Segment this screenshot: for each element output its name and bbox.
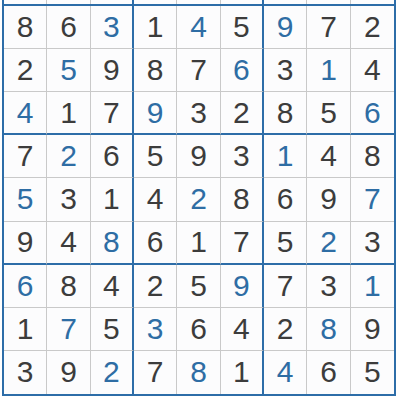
cell-r5c8[interactable]: 9 <box>307 178 350 221</box>
cell-r9c1[interactable]: 3 <box>4 351 47 394</box>
cell-r4c1[interactable]: 7 <box>4 135 47 178</box>
cell-r2c3[interactable]: 9 <box>91 49 134 92</box>
cell-r7c2[interactable]: 8 <box>47 265 90 308</box>
cell-r6c9[interactable]: 3 <box>351 222 394 265</box>
cell-r2c2[interactable]: 5 <box>47 49 90 92</box>
cell-r3c4[interactable]: 9 <box>134 92 177 135</box>
cell-r4c4[interactable]: 5 <box>134 135 177 178</box>
cell-r5c2[interactable]: 3 <box>47 178 90 221</box>
sudoku-board: 8631459722598763144179328567265931485314… <box>2 4 396 396</box>
cell-r1c6[interactable]: 5 <box>221 6 264 49</box>
cell-r7c8[interactable]: 3 <box>307 265 350 308</box>
cell-r8c9[interactable]: 9 <box>351 308 394 351</box>
cell-r2c4[interactable]: 8 <box>134 49 177 92</box>
cell-r2c6[interactable]: 6 <box>221 49 264 92</box>
cell-r3c2[interactable]: 1 <box>47 92 90 135</box>
cell-r5c9[interactable]: 7 <box>351 178 394 221</box>
cell-r8c4[interactable]: 3 <box>134 308 177 351</box>
cell-r8c7[interactable]: 2 <box>264 308 307 351</box>
cell-r4c6[interactable]: 3 <box>221 135 264 178</box>
cell-r1c7[interactable]: 9 <box>264 6 307 49</box>
cell-r4c8[interactable]: 4 <box>307 135 350 178</box>
cell-r6c6[interactable]: 7 <box>221 222 264 265</box>
cell-r5c1[interactable]: 5 <box>4 178 47 221</box>
cell-r5c7[interactable]: 6 <box>264 178 307 221</box>
cell-r6c2[interactable]: 4 <box>47 222 90 265</box>
cell-r7c5[interactable]: 5 <box>177 265 220 308</box>
cell-r1c8[interactable]: 7 <box>307 6 350 49</box>
cell-r5c3[interactable]: 1 <box>91 178 134 221</box>
cell-r7c6[interactable]: 9 <box>221 265 264 308</box>
cell-r1c2[interactable]: 6 <box>47 6 90 49</box>
cell-r5c6[interactable]: 8 <box>221 178 264 221</box>
cell-r3c5[interactable]: 3 <box>177 92 220 135</box>
cell-r2c9[interactable]: 4 <box>351 49 394 92</box>
cell-r2c1[interactable]: 2 <box>4 49 47 92</box>
cell-r5c5[interactable]: 2 <box>177 178 220 221</box>
cell-r9c6[interactable]: 1 <box>221 351 264 394</box>
cell-r6c4[interactable]: 6 <box>134 222 177 265</box>
cell-r8c2[interactable]: 7 <box>47 308 90 351</box>
cell-r7c9[interactable]: 1 <box>351 265 394 308</box>
cell-r7c7[interactable]: 7 <box>264 265 307 308</box>
cell-r9c7[interactable]: 4 <box>264 351 307 394</box>
cell-r3c8[interactable]: 5 <box>307 92 350 135</box>
cell-r3c9[interactable]: 6 <box>351 92 394 135</box>
cell-r4c3[interactable]: 6 <box>91 135 134 178</box>
cell-r1c9[interactable]: 2 <box>351 6 394 49</box>
cell-r3c6[interactable]: 2 <box>221 92 264 135</box>
cell-r4c7[interactable]: 1 <box>264 135 307 178</box>
cell-r9c5[interactable]: 8 <box>177 351 220 394</box>
cell-r8c6[interactable]: 4 <box>221 308 264 351</box>
cell-r1c3[interactable]: 3 <box>91 6 134 49</box>
cell-r9c3[interactable]: 2 <box>91 351 134 394</box>
cell-r9c2[interactable]: 9 <box>47 351 90 394</box>
cell-r5c4[interactable]: 4 <box>134 178 177 221</box>
cell-r7c1[interactable]: 6 <box>4 265 47 308</box>
cell-r9c9[interactable]: 5 <box>351 351 394 394</box>
cell-r3c7[interactable]: 8 <box>264 92 307 135</box>
sudoku-page: 8631459722598763144179328567265931485314… <box>0 0 400 396</box>
cell-r6c7[interactable]: 5 <box>264 222 307 265</box>
cell-r2c8[interactable]: 1 <box>307 49 350 92</box>
cell-r6c3[interactable]: 8 <box>91 222 134 265</box>
cell-r8c1[interactable]: 1 <box>4 308 47 351</box>
cell-r1c5[interactable]: 4 <box>177 6 220 49</box>
cell-r2c7[interactable]: 3 <box>264 49 307 92</box>
cell-r7c4[interactable]: 2 <box>134 265 177 308</box>
cell-r4c5[interactable]: 9 <box>177 135 220 178</box>
cell-r3c3[interactable]: 7 <box>91 92 134 135</box>
cell-r1c4[interactable]: 1 <box>134 6 177 49</box>
cell-r9c8[interactable]: 6 <box>307 351 350 394</box>
cell-r4c2[interactable]: 2 <box>47 135 90 178</box>
cell-r6c1[interactable]: 9 <box>4 222 47 265</box>
cell-r6c5[interactable]: 1 <box>177 222 220 265</box>
cell-r3c1[interactable]: 4 <box>4 92 47 135</box>
cell-r2c5[interactable]: 7 <box>177 49 220 92</box>
cell-r4c9[interactable]: 8 <box>351 135 394 178</box>
cell-r9c4[interactable]: 7 <box>134 351 177 394</box>
cell-r1c1[interactable]: 8 <box>4 6 47 49</box>
cell-r8c5[interactable]: 6 <box>177 308 220 351</box>
cell-r8c3[interactable]: 5 <box>91 308 134 351</box>
cell-r6c8[interactable]: 2 <box>307 222 350 265</box>
cell-r8c8[interactable]: 8 <box>307 308 350 351</box>
cell-r7c3[interactable]: 4 <box>91 265 134 308</box>
